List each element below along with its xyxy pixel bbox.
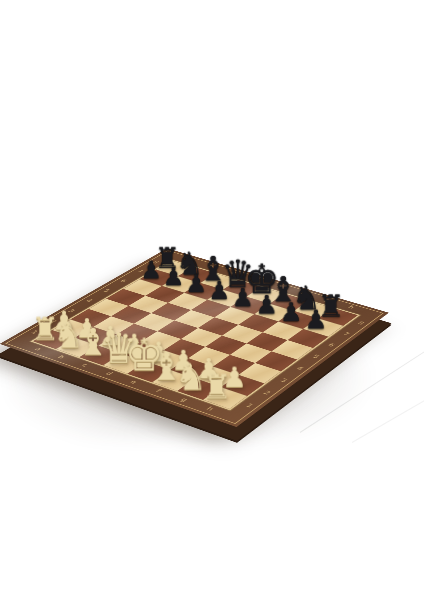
file-label-bottom-a: a: [30, 346, 44, 352]
rank-label-right-4: 4: [292, 365, 307, 372]
rank-label-left-6: 6: [116, 279, 129, 284]
rank-label-right-7: 7: [339, 331, 353, 337]
file-label-top-g: g: [320, 298, 334, 304]
rank-label-left-1: 1: [27, 330, 41, 336]
rank-label-right-5: 5: [308, 354, 323, 360]
rank-label-left-7: 7: [133, 269, 146, 274]
file-label-top-c: c: [227, 270, 240, 275]
file-label-top-f: f: [296, 291, 309, 296]
file-label-bottom-c: c: [77, 362, 92, 368]
file-label-bottom-d: d: [101, 371, 116, 378]
square-g5: [247, 332, 288, 351]
rank-label-right-8: 8: [353, 321, 367, 327]
file-label-bottom-g: g: [176, 397, 191, 404]
rank-label-right-2: 2: [259, 390, 274, 397]
black-rook: ♜: [154, 244, 181, 273]
square-a2: ♟: [52, 319, 93, 337]
file-label-top-a: a: [182, 258, 195, 263]
black-queen: ♛: [221, 255, 249, 293]
file-label-top-b: b: [204, 264, 217, 269]
file-label-bottom-e: e: [126, 379, 141, 386]
file-label-bottom-h: h: [202, 406, 217, 413]
file-label-top-h: h: [344, 305, 358, 311]
rank-label-left-5: 5: [99, 288, 112, 293]
rank-label-right-6: 6: [324, 342, 338, 348]
file-label-bottom-b: b: [54, 354, 68, 360]
rank-label-left-3: 3: [64, 308, 78, 314]
file-label-top-e: e: [272, 284, 285, 289]
product-photo-scene: ♜♞♝♛♚♝♞♜♟♟♟♟♟♟♟♟♟♟♟♟♟♟♟♟♜♞♝♛♚♝♞♜ aabbccd…: [0, 0, 424, 600]
file-label-top-d: d: [249, 277, 262, 282]
file-label-bottom-f: f: [150, 388, 165, 395]
rank-label-right-1: 1: [241, 402, 256, 409]
rank-label-right-3: 3: [276, 377, 291, 384]
rank-label-left-2: 2: [46, 319, 60, 325]
rank-label-left-8: 8: [149, 260, 162, 265]
rank-label-left-4: 4: [82, 298, 96, 304]
